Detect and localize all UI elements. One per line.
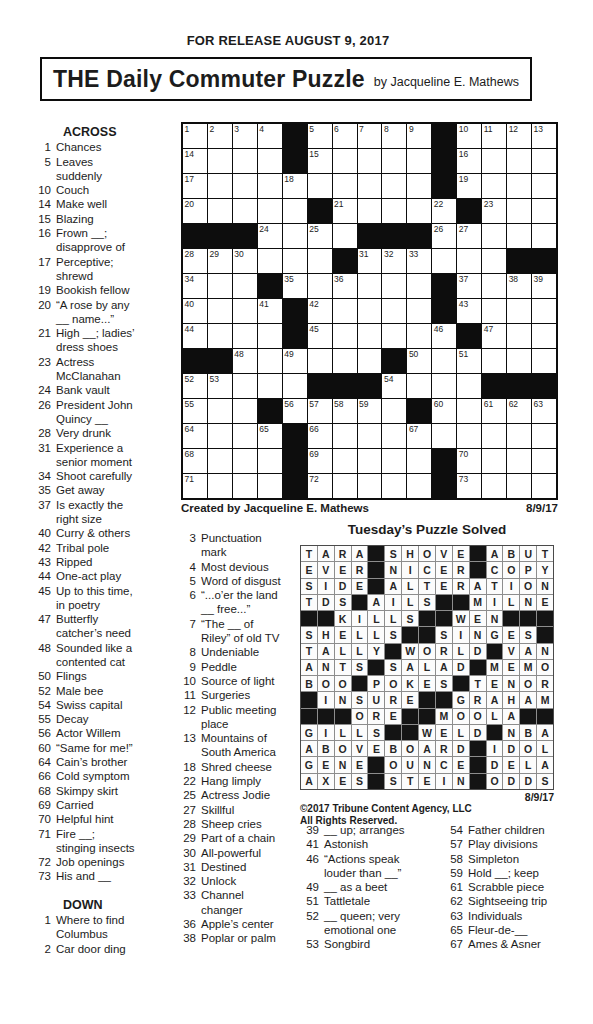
grid-cell-r12c8[interactable]: 59 [358,399,382,423]
grid-cell-r12c3[interactable] [233,399,257,423]
grid-cell-r4c5: A [368,595,384,610]
grid-cell-r12c9[interactable] [382,399,406,423]
grid-cell-r11c9[interactable]: 54 [382,374,406,398]
clue-down-31: 31Destined [180,860,302,874]
grid-cell-r9c1[interactable]: 44 [183,324,207,348]
grid-cell-r4c15[interactable] [532,199,556,223]
grid-cell-r15c12[interactable]: 73 [457,474,481,498]
grid-cell-r14c3[interactable] [233,449,257,473]
clue-down-12: 12Public meeting place [180,703,302,732]
cell-number: 12 [509,124,518,134]
grid-cell-r4c2[interactable] [208,199,232,223]
clue-number: 28 [180,817,201,831]
solution-letter: D [457,661,465,673]
grid-cell-r6c1[interactable]: 28 [183,249,207,273]
clue-number: 38 [180,931,201,945]
grid-cell-r13c15[interactable] [532,424,556,448]
grid-cell-r13c6[interactable]: 66 [308,424,332,448]
grid-cell-r8c6[interactable]: 42 [308,299,332,323]
grid-cell-r3c14[interactable] [507,174,531,198]
grid-cell-r2c4: R [352,562,368,577]
solution-letter: Y [373,645,380,657]
grid-cell-r11c5[interactable] [283,374,307,398]
grid-cell-r3c10[interactable] [407,174,431,198]
clue-text: Mountains of South America [201,731,276,760]
grid-cell-r1c3[interactable]: 3 [233,124,257,148]
grid-cell-r5c11[interactable]: 26 [432,224,456,248]
grid-cell-r8c15[interactable] [532,299,556,323]
title-box: THE Daily Commuter Puzzle by Jacqueline … [40,57,532,101]
solution-letter: L [339,727,345,739]
grid-cell-r4c4[interactable] [258,199,282,223]
grid-cell-r14c14[interactable] [507,449,531,473]
cell-number: 2 [209,124,214,134]
solution-letter: E [339,564,346,576]
grid-cell-r8c14[interactable] [507,299,531,323]
grid-cell-r2c9[interactable] [382,149,406,173]
grid-cell-r12c1[interactable]: 55 [183,399,207,423]
grid-cell-r9c6[interactable]: 45 [308,324,332,348]
clue-number: 10 [180,674,201,688]
grid-cell-r11c2[interactable]: 53 [208,374,232,398]
grid-cell-r3c2[interactable] [208,174,232,198]
grid-cell-r1c9[interactable]: 8 [382,124,406,148]
grid-cell-r9c9[interactable] [382,324,406,348]
grid-cell-r8c10[interactable] [407,299,431,323]
grid-cell-r2c14[interactable] [507,149,531,173]
solution-letter: S [390,775,397,787]
grid-cell-r8c2[interactable] [208,299,232,323]
solution-letter: O [339,678,347,690]
grid-cell-r8c4[interactable]: 41 [258,299,282,323]
across-clue-list: 1Chances5Leaves suddenly10Couch14Make we… [35,140,181,883]
grid-cell-r12c2[interactable] [208,399,232,423]
grid-cell-r15c9[interactable] [382,474,406,498]
grid-cell-r10c4[interactable] [258,349,282,373]
clue-text: Actress Jodie [201,788,270,802]
grid-cell-r11c12[interactable] [457,374,481,398]
grid-cell-r4c10[interactable] [407,199,431,223]
grid-cell-r5c14[interactable] [507,224,531,248]
grid-date: 8/9/17 [526,502,558,514]
grid-cell-r7c5[interactable]: 35 [283,274,307,298]
grid-cell-r15c13[interactable] [482,474,506,498]
grid-cell-r4c8[interactable] [358,199,382,223]
grid-cell-r11c1[interactable]: 52 [183,374,207,398]
grid-cell-r13c11[interactable] [432,424,456,448]
grid-cell-r13c7[interactable] [333,424,357,448]
grid-cell-r7c6[interactable] [308,274,332,298]
grid-cell-r4c1[interactable]: 20 [183,199,207,223]
solution-letter: S [440,629,447,641]
grid-cell-r15c10[interactable] [407,474,431,498]
grid-cell-r3c4[interactable] [258,174,282,198]
grid-cell-r14c10[interactable] [407,449,431,473]
grid-cell-r1c7[interactable]: 6 [333,124,357,148]
grid-cell-r14c15[interactable] [532,449,556,473]
grid-cell-r6c9[interactable]: 32 [382,249,406,273]
grid-cell-r1c12[interactable]: 10 [457,124,481,148]
grid-cell-r2c13[interactable] [482,149,506,173]
grid-cell-r9c3[interactable] [233,324,257,348]
grid-cell-r13c1[interactable]: 64 [183,424,207,448]
grid-cell-r3c1[interactable]: 17 [183,174,207,198]
grid-cell-r6c10[interactable]: 33 [407,249,431,273]
grid-cell-r1c2[interactable]: 2 [208,124,232,148]
clue-text: Actor Willem [56,726,121,740]
grid-cell-r3c9: E [436,579,452,594]
grid-cell-r5c7: S [402,611,418,626]
grid-cell-r11c4[interactable] [258,374,282,398]
grid-cell-r1c15[interactable]: 13 [532,124,556,148]
grid-cell-r2c10[interactable] [407,149,431,173]
clue-text: Most devious [201,560,269,574]
clue-across-66: 66Cold symptom [35,769,181,783]
grid-cell-r7c3[interactable] [233,274,257,298]
grid-cell-r10c11[interactable] [432,349,456,373]
grid-cell-r10c15[interactable] [532,349,556,373]
grid-cell-r7c3: L [335,644,351,659]
grid-cell-r2c8[interactable] [358,149,382,173]
solution-letter: N [474,629,482,641]
grid-cell-r3c5[interactable]: 18 [283,174,307,198]
solution-letter: E [508,629,515,641]
grid-cell-r10c13[interactable] [482,349,506,373]
grid-cell-r5c6[interactable]: 25 [308,224,332,248]
grid-cell-r15c14[interactable] [507,474,531,498]
grid-cell-r12c5[interactable]: 56 [283,399,307,423]
grid-cell-r9c8[interactable] [358,324,382,348]
cell-number: 62 [509,399,518,409]
grid-cell-r10c14[interactable] [507,349,531,373]
grid-cell-r7c2[interactable] [208,274,232,298]
solution-letter: B [305,678,313,690]
grid-cell-r2c1[interactable]: 14 [183,149,207,173]
grid-cell-r15c7[interactable] [333,474,357,498]
grid-cell-r3c8[interactable] [358,174,382,198]
cell-number: 70 [459,449,468,459]
grid-cell-r15c1[interactable]: 71 [183,474,207,498]
grid-cell-r3c7[interactable] [333,174,357,198]
clue-down-9: 9Peddle [180,660,302,674]
grid-cell-r10c3[interactable]: 48 [233,349,257,373]
grid-cell-r12c7[interactable]: 58 [333,399,357,423]
clue-number: 16 [35,226,56,255]
grid-cell-r15c8[interactable] [358,474,382,498]
grid-cell-r7c13[interactable] [482,274,506,298]
grid-cell-r6c13[interactable] [482,249,506,273]
clue-number: 15 [35,212,56,226]
grid-cell-r1c6[interactable]: 5 [308,124,332,148]
grid-cell-r7c14: A [520,644,536,659]
grid-cell-r5c4[interactable]: 24 [258,224,282,248]
grid-cell-r5c12[interactable]: 27 [457,224,481,248]
grid-cell-r13c14[interactable] [507,424,531,448]
grid-cell-r10c5[interactable]: 49 [283,349,307,373]
solution-letter: N [524,596,532,608]
solution-letter: E [474,613,481,625]
grid-cell-r11c4: O [352,709,368,724]
clue-text: Is exactly the right size [56,498,123,527]
grid-cell-r3c6[interactable] [308,174,332,198]
grid-cell-r2c3[interactable] [233,149,257,173]
grid-cell-r12c11[interactable]: 60 [432,399,456,423]
grid-cell-r9c4[interactable] [258,324,282,348]
black-square [308,199,332,223]
grid-cell-r6c8[interactable]: 31 [358,249,382,273]
grid-cell-r7c8[interactable] [358,274,382,298]
solution-letter: B [524,727,532,739]
grid-cell-r2c2[interactable] [208,149,232,173]
clue-number: 8 [180,645,201,659]
solution-letter: L [373,629,379,641]
grid-cell-r8c8[interactable] [358,299,382,323]
grid-cell-r6c5[interactable] [283,249,307,273]
grid-cell-r12c11: D [470,725,486,740]
grid-cell-r12c6[interactable]: 57 [308,399,332,423]
grid-cell-r8c9[interactable] [382,299,406,323]
clue-text: Cold symptom [56,769,130,783]
grid-cell-r2c4[interactable] [258,149,282,173]
clue-number: 56 [35,726,56,740]
grid-cell-r7c14[interactable]: 38 [507,274,531,298]
cell-number: 61 [484,399,493,409]
solution-letter: D [491,759,499,771]
clue-across-26: 26President John Quincy __ [35,398,181,427]
clue-across-48: 48Sounded like a contented cat [35,641,181,670]
grid-cell-r14c7[interactable] [333,449,357,473]
grid-cell-r14c6[interactable]: 69 [308,449,332,473]
grid-cell-r8c12[interactable]: 43 [457,299,481,323]
grid-cell-r5c13[interactable] [482,224,506,248]
grid-cell-r4c13[interactable]: 23 [482,199,506,223]
grid-cell-r9c11[interactable]: 46 [432,324,456,348]
grid-cell-r13c8[interactable] [358,424,382,448]
grid-cell-r13c3: O [335,741,351,756]
black-square [308,374,332,398]
solution-letter: E [423,775,430,787]
grid-cell-r13c10[interactable]: 67 [407,424,431,448]
grid-cell-r10c8[interactable] [358,349,382,373]
grid-cell-r1c1[interactable]: 1 [183,124,207,148]
solution-letter: W [456,613,466,625]
grid-cell-r3c13[interactable] [482,174,506,198]
grid-cell-r6c4[interactable] [258,249,282,273]
grid-cell-r5c15[interactable] [532,224,556,248]
black-square [368,757,384,772]
grid-cell-r4c9[interactable] [382,199,406,223]
cell-number: 68 [185,449,194,459]
grid-cell-r6c11[interactable] [432,249,456,273]
grid-cell-r12c10: L [453,725,469,740]
grid-cell-r7c5: Y [368,644,384,659]
grid-cell-r12c13[interactable]: 61 [482,399,506,423]
grid-cell-r1c8[interactable]: 7 [358,124,382,148]
grid-cell-r3c7: L [402,579,418,594]
solution-letter: O [524,743,532,755]
grid-cell-r15c2[interactable] [208,474,232,498]
clue-down-62: 62Sightseeing trip [447,894,579,908]
black-square [368,546,384,561]
grid-cell-r5c5[interactable] [283,224,307,248]
grid-cell-r10c12[interactable]: 51 [457,349,481,373]
grid-cell-r13c13[interactable] [482,424,506,448]
grid-cell-r1c4[interactable]: 4 [258,124,282,148]
grid-cell-r4c14[interactable] [507,199,531,223]
solution-letter: U [524,548,532,560]
solution-letter: B [389,743,397,755]
grid-cell-r9c14[interactable] [507,324,531,348]
grid-cell-r6c3[interactable]: 30 [233,249,257,273]
grid-cell-r13c9[interactable] [382,424,406,448]
grid-cell-r14c4: E [352,757,368,772]
grid-cell-r7c7[interactable]: 36 [333,274,357,298]
solved-puzzle-grid: TARASHOVEABUTEVERNICERCOPYSIDEALTERATION… [300,545,554,790]
grid-cell-r15c3[interactable] [233,474,257,498]
grid-cell-r9c7[interactable] [333,324,357,348]
grid-cell-r6c14: S [520,627,536,642]
grid-cell-r10c7[interactable] [333,349,357,373]
grid-cell-r2c12[interactable]: 16 [457,149,481,173]
grid-cell-r14c13[interactable] [482,449,506,473]
grid-cell-r7c12[interactable]: 37 [457,274,481,298]
clue-number: 42 [35,541,56,555]
grid-cell-r9c7: K [402,676,418,691]
grid-cell-r4c11[interactable]: 22 [432,199,456,223]
clue-down-41: 41Astonish [303,837,447,851]
grid-cell-r9c15[interactable] [532,324,556,348]
grid-cell-r8c1[interactable]: 40 [183,299,207,323]
grid-cell-r11c10[interactable] [407,374,431,398]
grid-cell-r7c9[interactable] [382,274,406,298]
grid-cell-r13c3[interactable] [233,424,257,448]
clue-across-20: 20“A rose by any __ name...” [35,298,181,327]
grid-cell-r12c12[interactable] [457,399,481,423]
grid-cell-r9c2[interactable] [208,324,232,348]
grid-cell-r15c15[interactable] [532,474,556,498]
black-square [233,224,257,248]
clue-text: Chances [56,140,101,154]
grid-cell-r5c12: N [487,611,503,626]
grid-cell-r6c12[interactable] [457,249,481,273]
grid-cell-r1c2: A [318,546,334,561]
solution-letter: B [322,743,330,755]
grid-cell-r3c8: T [419,579,435,594]
grid-cell-r2c7[interactable] [333,149,357,173]
black-square [368,562,384,577]
solution-letter: I [493,596,496,608]
grid-cell-r2c15[interactable] [532,149,556,173]
grid-cell-r1c10[interactable]: 9 [407,124,431,148]
clue-down-3: 3Punctuation mark [180,531,302,560]
black-square [537,611,553,626]
grid-cell-r2c2: V [318,562,334,577]
grid-cell-r12c15[interactable]: 63 [532,399,556,423]
grid-cell-r9c10[interactable] [407,324,431,348]
grid-cell-r13c2[interactable] [208,424,232,448]
black-square [432,174,456,198]
grid-cell-r14c4[interactable] [258,449,282,473]
grid-cell-r13c4[interactable]: 65 [258,424,282,448]
grid-cell-r9c13[interactable]: 47 [482,324,506,348]
grid-cell-r7c1[interactable]: 34 [183,274,207,298]
grid-cell-r14c1[interactable]: 68 [183,449,207,473]
grid-cell-r3c3[interactable] [233,174,257,198]
grid-cell-r7c10[interactable] [407,274,431,298]
grid-cell-r14c12[interactable]: 70 [457,449,481,473]
clue-text: Perceptive; shrewd [56,255,114,284]
grid-cell-r11c3[interactable] [233,374,257,398]
grid-cell-r7c7: W [402,644,418,659]
grid-cell-r4c7[interactable]: 21 [333,199,357,223]
grid-cell-r8c7[interactable] [333,299,357,323]
grid-cell-r8c3[interactable] [233,299,257,323]
grid-cell-r1c13[interactable]: 11 [482,124,506,148]
clue-number: 22 [180,774,201,788]
solution-letter: R [356,564,364,576]
grid-cell-r12c14[interactable]: 62 [507,399,531,423]
solution-letter: Y [542,564,549,576]
grid-cell-r14c8[interactable] [358,449,382,473]
cell-number: 4 [259,124,264,134]
grid-cell-r6c6: S [385,627,401,642]
grid-cell-r15c6[interactable]: 72 [308,474,332,498]
solution-letter: E [440,580,447,592]
grid-cell-r2c6[interactable]: 15 [308,149,332,173]
clue-text: Sheep cries [201,817,262,831]
grid-cell-r4c5[interactable] [283,199,307,223]
grid-cell-r8c15: O [537,660,553,675]
grid-cell-r6c6[interactable] [308,249,332,273]
solution-letter: N [541,645,549,657]
grid-cell-r14c9[interactable] [382,449,406,473]
black-square [432,474,456,498]
clue-text: Shoot carefully [56,469,132,483]
black-square [470,741,486,756]
grid-cell-r8c13[interactable] [482,299,506,323]
release-line: FOR RELEASE AUGUST 9, 2017 [0,33,576,48]
clue-number: 55 [35,712,56,726]
grid-cell-r1c8: O [419,546,435,561]
clue-text: “Actions speak louder than __” [324,852,401,881]
grid-cell-r3c15[interactable] [532,174,556,198]
grid-cell-r15c13: D [503,774,519,789]
grid-cell-r4c3[interactable] [233,199,257,223]
down-clue-list-start: 1Where to find Columbus2Car door ding [35,913,181,956]
solution-letter: I [459,629,462,641]
solution-letter: D [339,580,347,592]
solution-letter: O [457,710,465,722]
grid-cell-r7c15[interactable]: 39 [532,274,556,298]
grid-cell-r14c2[interactable] [208,449,232,473]
black-square [470,757,486,772]
grid-cell-r5c7[interactable] [333,224,357,248]
solution-letter: O [507,564,515,576]
grid-cell-r13c12[interactable] [457,424,481,448]
grid-cell-r11c11[interactable] [432,374,456,398]
grid-cell-r10c6[interactable] [308,349,332,373]
grid-cell-r3c12[interactable]: 19 [457,174,481,198]
grid-cell-r10c10[interactable]: 50 [407,349,431,373]
credit-row: Created by Jacqueline E. Mathews 8/9/17 [181,502,558,514]
grid-cell-r9c12: E [487,676,503,691]
grid-cell-r6c2[interactable]: 29 [208,249,232,273]
grid-cell-r15c4[interactable] [258,474,282,498]
solution-letter: E [339,775,346,787]
grid-cell-r1c14[interactable]: 12 [507,124,531,148]
solution-letter: S [305,580,312,592]
grid-cell-r3c9[interactable] [382,174,406,198]
